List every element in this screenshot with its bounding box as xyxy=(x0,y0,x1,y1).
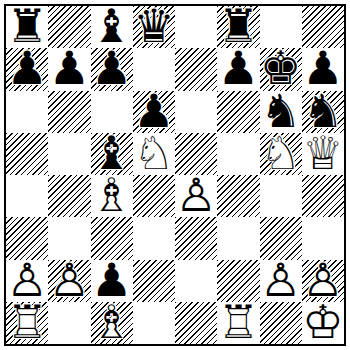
piece-outline-layer: ♕ xyxy=(302,132,344,174)
piece-outline-layer: ♖ xyxy=(6,301,48,343)
square-d4[interactable] xyxy=(133,175,175,217)
square-g5[interactable]: ♞♘ xyxy=(260,133,302,175)
piece-outline-layer: ♘ xyxy=(260,132,302,174)
square-e8[interactable] xyxy=(175,6,217,48)
piece-glyph-layer: ♟ xyxy=(6,47,48,89)
piece-outline-layer: ♗ xyxy=(91,174,133,216)
white-bishop-piece: ♝♗ xyxy=(91,302,133,344)
square-e6[interactable] xyxy=(175,91,217,133)
square-b1[interactable] xyxy=(48,302,90,344)
square-f1[interactable]: ♜♖ xyxy=(217,302,259,344)
square-f6[interactable] xyxy=(217,91,259,133)
square-h4[interactable] xyxy=(302,175,344,217)
square-g2[interactable]: ♟♙ xyxy=(260,260,302,302)
square-d5[interactable]: ♞♘ xyxy=(133,133,175,175)
square-a5[interactable] xyxy=(6,133,48,175)
white-queen-piece: ♛♕ xyxy=(302,133,344,175)
piece-glyph-layer: ♛ xyxy=(133,5,175,47)
piece-outline-layer: ♘ xyxy=(133,132,175,174)
black-pawn-piece: ♟ xyxy=(91,48,133,90)
square-e2[interactable] xyxy=(175,260,217,302)
white-pawn-piece: ♟♙ xyxy=(175,175,217,217)
square-b5[interactable] xyxy=(48,133,90,175)
piece-glyph-layer: ♟ xyxy=(91,47,133,89)
square-f4[interactable] xyxy=(217,175,259,217)
square-f7[interactable]: ♟ xyxy=(217,48,259,90)
square-a7[interactable]: ♟ xyxy=(6,48,48,90)
square-g1[interactable] xyxy=(260,302,302,344)
square-f3[interactable] xyxy=(217,217,259,259)
black-queen-piece: ♛ xyxy=(133,6,175,48)
square-e1[interactable] xyxy=(175,302,217,344)
piece-outline-layer: ♔ xyxy=(302,301,344,343)
piece-outline-layer: ♙ xyxy=(48,259,90,301)
piece-glyph-layer: ♟ xyxy=(48,47,90,89)
square-b4[interactable] xyxy=(48,175,90,217)
white-rook-piece: ♜♖ xyxy=(217,302,259,344)
black-pawn-piece: ♟ xyxy=(6,48,48,90)
square-d3[interactable] xyxy=(133,217,175,259)
square-e3[interactable] xyxy=(175,217,217,259)
white-king-piece: ♚♔ xyxy=(302,302,344,344)
square-a4[interactable] xyxy=(6,175,48,217)
piece-glyph-layer: ♟ xyxy=(217,47,259,89)
square-d1[interactable] xyxy=(133,302,175,344)
square-b2[interactable]: ♟♙ xyxy=(48,260,90,302)
square-b6[interactable] xyxy=(48,91,90,133)
square-g4[interactable] xyxy=(260,175,302,217)
white-knight-piece: ♞♘ xyxy=(133,133,175,175)
square-h5[interactable]: ♛♕ xyxy=(302,133,344,175)
square-d2[interactable] xyxy=(133,260,175,302)
square-e4[interactable]: ♟♙ xyxy=(175,175,217,217)
chess-board: ♜♝♛♜♟♟♟♟♚♟♟♞♞♝♞♘♞♘♛♕♝♗♟♙♟♙♟♙♟♟♙♟♙♜♖♝♗♜♖♚… xyxy=(6,6,344,344)
white-pawn-piece: ♟♙ xyxy=(260,260,302,302)
square-e7[interactable] xyxy=(175,48,217,90)
square-b7[interactable]: ♟ xyxy=(48,48,90,90)
square-h1[interactable]: ♚♔ xyxy=(302,302,344,344)
square-c4[interactable]: ♝♗ xyxy=(91,175,133,217)
square-c7[interactable]: ♟ xyxy=(91,48,133,90)
black-pawn-piece: ♟ xyxy=(48,48,90,90)
square-a1[interactable]: ♜♖ xyxy=(6,302,48,344)
square-d8[interactable]: ♛ xyxy=(133,6,175,48)
square-f5[interactable] xyxy=(217,133,259,175)
piece-outline-layer: ♗ xyxy=(91,301,133,343)
white-knight-piece: ♞♘ xyxy=(260,133,302,175)
white-bishop-piece: ♝♗ xyxy=(91,175,133,217)
piece-outline-layer: ♖ xyxy=(217,301,259,343)
black-pawn-piece: ♟ xyxy=(217,48,259,90)
square-a6[interactable] xyxy=(6,91,48,133)
chess-board-frame: ♜♝♛♜♟♟♟♟♚♟♟♞♞♝♞♘♞♘♛♕♝♗♟♙♟♙♟♙♟♟♙♟♙♜♖♝♗♜♖♚… xyxy=(4,4,346,346)
piece-outline-layer: ♙ xyxy=(260,259,302,301)
square-c1[interactable]: ♝♗ xyxy=(91,302,133,344)
piece-outline-layer: ♙ xyxy=(175,174,217,216)
white-pawn-piece: ♟♙ xyxy=(48,260,90,302)
white-rook-piece: ♜♖ xyxy=(6,302,48,344)
page: ♜♝♛♜♟♟♟♟♚♟♟♞♞♝♞♘♞♘♛♕♝♗♟♙♟♙♟♙♟♟♙♟♙♜♖♝♗♜♖♚… xyxy=(0,0,350,350)
